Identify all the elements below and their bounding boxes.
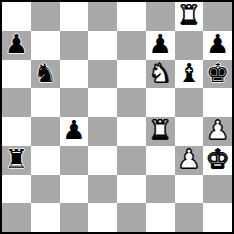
square-b6[interactable]: ♞	[31, 60, 60, 89]
square-a6[interactable]	[2, 60, 31, 89]
square-c3[interactable]	[60, 146, 89, 175]
piece-white-knight: ♞	[148, 60, 171, 86]
square-f7[interactable]: ♟	[146, 31, 175, 60]
square-d2[interactable]	[88, 175, 117, 204]
square-h4[interactable]: ♟	[203, 117, 232, 146]
square-b8[interactable]	[31, 2, 60, 31]
square-e3[interactable]	[117, 146, 146, 175]
square-b1[interactable]	[31, 203, 60, 232]
square-g6[interactable]: ♝	[175, 60, 204, 89]
square-h7[interactable]: ♟	[203, 31, 232, 60]
square-e4[interactable]	[117, 117, 146, 146]
square-a1[interactable]	[2, 203, 31, 232]
square-h3[interactable]: ♚	[203, 146, 232, 175]
piece-black-pawn: ♟	[5, 31, 28, 57]
square-e5[interactable]	[117, 88, 146, 117]
square-d7[interactable]	[88, 31, 117, 60]
square-e6[interactable]	[117, 60, 146, 89]
square-d8[interactable]	[88, 2, 117, 31]
square-h1[interactable]	[203, 203, 232, 232]
square-g2[interactable]	[175, 175, 204, 204]
square-a2[interactable]	[2, 175, 31, 204]
square-a7[interactable]: ♟	[2, 31, 31, 60]
piece-black-knight: ♞	[33, 60, 56, 86]
piece-white-rook: ♜	[148, 117, 171, 143]
square-h8[interactable]	[203, 2, 232, 31]
square-f2[interactable]	[146, 175, 175, 204]
square-b2[interactable]	[31, 175, 60, 204]
piece-black-pawn: ♟	[62, 117, 85, 143]
square-g4[interactable]	[175, 117, 204, 146]
chess-board: ♜♟♟♟♞♞♝♚♟♜♟♜♟♚	[2, 2, 232, 232]
square-d5[interactable]	[88, 88, 117, 117]
chess-board-frame: ♜♟♟♟♞♞♝♚♟♜♟♜♟♚	[0, 0, 234, 234]
square-f6[interactable]: ♞	[146, 60, 175, 89]
square-f3[interactable]	[146, 146, 175, 175]
square-h6[interactable]: ♚	[203, 60, 232, 89]
square-g5[interactable]	[175, 88, 204, 117]
square-c6[interactable]	[60, 60, 89, 89]
piece-white-pawn: ♟	[177, 146, 200, 172]
piece-black-rook: ♜	[5, 146, 28, 172]
square-c1[interactable]	[60, 203, 89, 232]
square-g3[interactable]: ♟	[175, 146, 204, 175]
square-f5[interactable]	[146, 88, 175, 117]
square-d1[interactable]	[88, 203, 117, 232]
piece-black-pawn: ♟	[206, 31, 229, 57]
square-g7[interactable]	[175, 31, 204, 60]
square-f1[interactable]	[146, 203, 175, 232]
square-b5[interactable]	[31, 88, 60, 117]
piece-black-king: ♚	[206, 60, 229, 86]
square-d6[interactable]	[88, 60, 117, 89]
square-b7[interactable]	[31, 31, 60, 60]
square-b4[interactable]	[31, 117, 60, 146]
square-c7[interactable]	[60, 31, 89, 60]
square-b3[interactable]	[31, 146, 60, 175]
square-g8[interactable]: ♜	[175, 2, 204, 31]
square-c4[interactable]: ♟	[60, 117, 89, 146]
square-g1[interactable]	[175, 203, 204, 232]
piece-white-rook: ♜	[177, 2, 200, 28]
square-c2[interactable]	[60, 175, 89, 204]
square-h5[interactable]	[203, 88, 232, 117]
square-a3[interactable]: ♜	[2, 146, 31, 175]
square-e8[interactable]	[117, 2, 146, 31]
piece-black-bishop: ♝	[177, 60, 200, 86]
square-a8[interactable]	[2, 2, 31, 31]
square-e7[interactable]	[117, 31, 146, 60]
square-e1[interactable]	[117, 203, 146, 232]
square-f8[interactable]	[146, 2, 175, 31]
square-h2[interactable]	[203, 175, 232, 204]
square-e2[interactable]	[117, 175, 146, 204]
piece-black-pawn: ♟	[148, 31, 171, 57]
square-d4[interactable]	[88, 117, 117, 146]
square-c8[interactable]	[60, 2, 89, 31]
square-a5[interactable]	[2, 88, 31, 117]
square-c5[interactable]	[60, 88, 89, 117]
square-f4[interactable]: ♜	[146, 117, 175, 146]
square-a4[interactable]	[2, 117, 31, 146]
piece-white-pawn: ♟	[206, 117, 229, 143]
piece-white-king: ♚	[206, 146, 229, 172]
square-d3[interactable]	[88, 146, 117, 175]
